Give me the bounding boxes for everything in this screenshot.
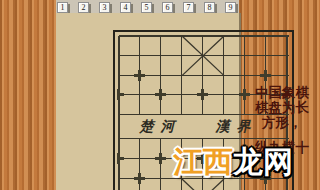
column-label-3[interactable]: 3	[99, 2, 110, 13]
watermark: 江西龙网	[173, 145, 293, 179]
column-label-1[interactable]: 1	[57, 2, 68, 13]
point-marker	[155, 153, 166, 164]
column-label-7[interactable]: 7	[183, 2, 194, 13]
column-label-6[interactable]: 6	[162, 2, 173, 13]
screenshot-root: 123456789 楚河 漢界 中国象棋棋盘为长方形，纵九横十 江西龙网	[0, 0, 320, 190]
column-label-5[interactable]: 5	[141, 2, 152, 13]
point-marker	[197, 89, 208, 100]
point-marker	[113, 89, 124, 100]
column-label-2[interactable]: 2	[78, 2, 89, 13]
watermark-part1: 江西	[173, 145, 233, 178]
point-marker	[113, 153, 124, 164]
caption-line-3: 方形，	[246, 115, 318, 130]
point-marker	[260, 70, 271, 81]
point-marker	[134, 173, 145, 184]
point-marker	[155, 89, 166, 100]
watermark-part2: 龙网	[233, 145, 293, 178]
caption-line-1: 中国象棋	[246, 85, 318, 100]
column-label-8[interactable]: 8	[204, 2, 215, 13]
caption-line-2: 棋盘为长	[246, 100, 318, 115]
river-label-chu-he: 楚河	[140, 118, 182, 136]
column-label-9[interactable]: 9	[225, 2, 236, 13]
column-label-4[interactable]: 4	[120, 2, 131, 13]
point-marker	[134, 70, 145, 81]
